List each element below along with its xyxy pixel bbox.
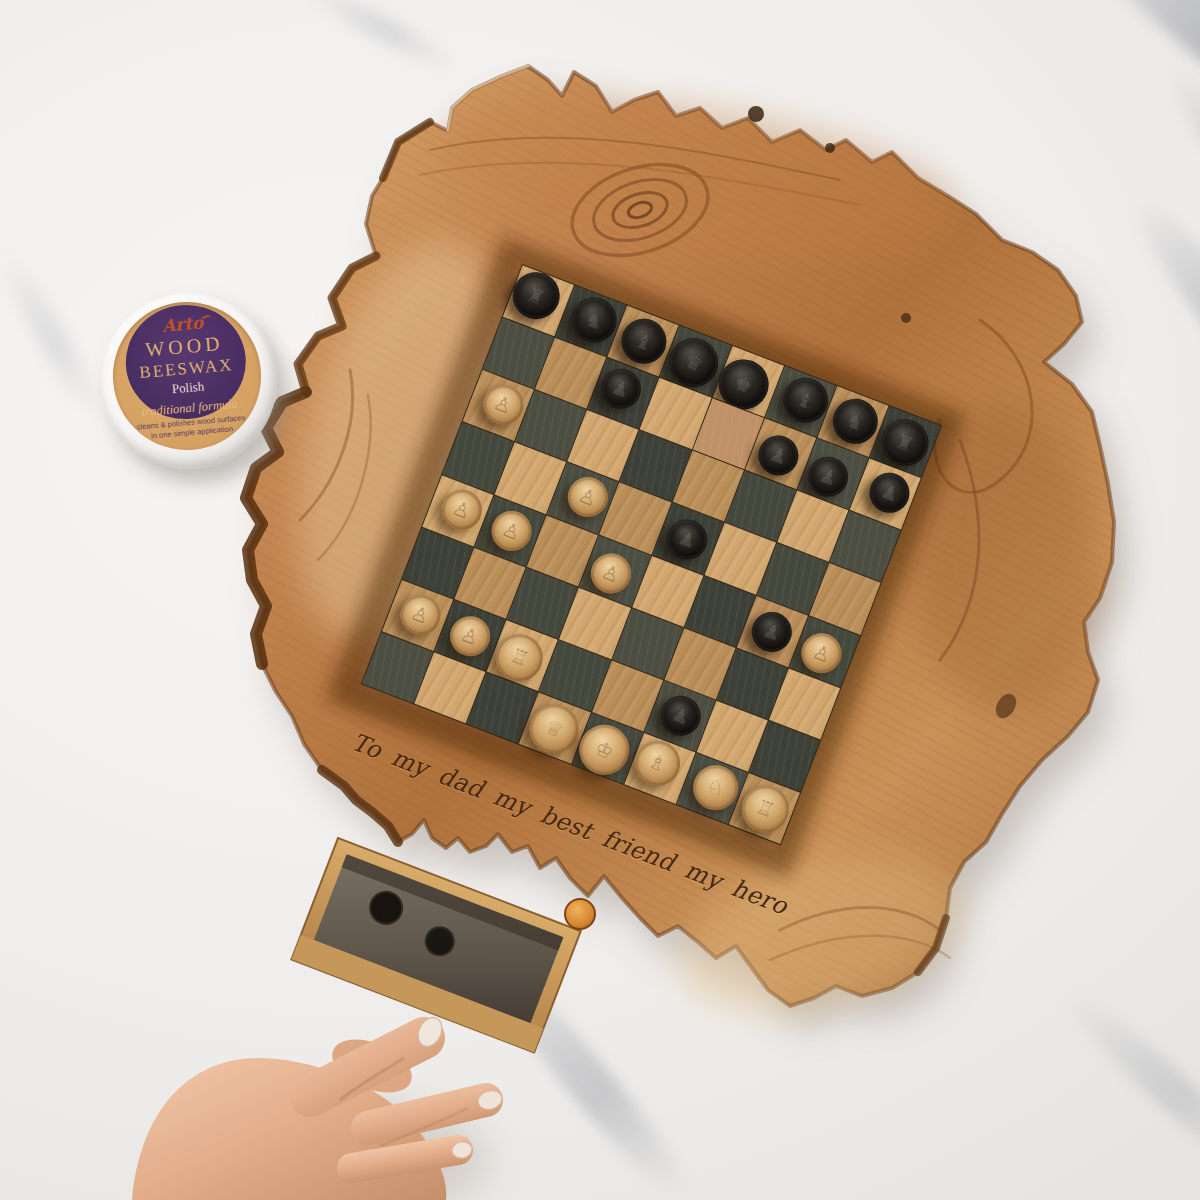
piece-glyph: ♙	[450, 497, 474, 522]
piece-glyph: ♘	[704, 775, 728, 800]
piece-glyph: ♕	[543, 716, 567, 741]
piece-glyph: ♟	[669, 704, 693, 729]
beeswax-tin: Arto WOOD BEESWAX Polish traditional for…	[101, 293, 277, 469]
piece-glyph: ♞	[843, 409, 867, 434]
amber-knot	[565, 899, 595, 929]
thumb	[310, 1038, 424, 1096]
white-pawn-b4: ♙	[485, 505, 537, 557]
piece-glyph: ♛	[682, 350, 706, 375]
white-rook-h1: ♖	[735, 778, 796, 839]
piece-glyph: ♚	[732, 371, 756, 396]
white-pawn-h4: ♙	[796, 628, 848, 680]
piece-glyph: ♟	[675, 527, 699, 552]
piece-glyph: ♔	[592, 738, 616, 763]
piece-glyph: ♜	[893, 430, 917, 455]
black-pawn-f7: ♟	[753, 430, 805, 482]
dark-knot	[901, 313, 911, 323]
piece-glyph: ♞	[582, 308, 606, 333]
piece-glyph: ♜	[524, 283, 548, 308]
black-pawn-c7: ♟	[595, 363, 647, 415]
piece-glyph: ♙	[408, 603, 432, 628]
white-pawn-a2: ♙	[394, 589, 446, 641]
piece-glyph: ♙	[810, 641, 834, 666]
black-pawn-g4: ♟	[746, 606, 798, 658]
dark-knot	[748, 106, 764, 122]
piece-glyph: ♟	[817, 464, 841, 489]
piece-glyph: ♙	[458, 624, 482, 649]
piece-glyph: ♖	[508, 645, 532, 670]
piece-glyph: ♙	[599, 561, 623, 586]
piece-glyph: ♝	[632, 329, 656, 354]
tin-label: Arto WOOD BEESWAX Polish traditional for…	[107, 296, 267, 456]
piece-glyph: ♙	[499, 518, 523, 543]
black-pawn-g7: ♟	[803, 451, 855, 503]
piece-glyph: ♖	[753, 796, 777, 821]
piece-glyph: ♟	[878, 480, 902, 505]
piece-glyph: ♟	[760, 620, 784, 645]
piece-glyph: ♟	[609, 376, 633, 401]
black-pawn-e5: ♟	[661, 514, 713, 566]
piece-glyph: ♟	[767, 443, 791, 468]
white-pawn-b2: ♙	[444, 610, 496, 662]
white-pawn-a4: ♙	[436, 484, 488, 536]
dark-knot	[825, 143, 835, 153]
piece-glyph: ♝	[793, 388, 817, 413]
ring-finger	[352, 1150, 458, 1168]
black-pawn-h7: ♟	[864, 467, 916, 519]
tin-subtitle-polish: Polish	[171, 379, 205, 398]
black-pawn-f2: ♟	[655, 690, 707, 742]
tin-brand-logo: Arto	[161, 312, 204, 336]
piece-glyph: ♙	[491, 392, 515, 417]
piece-glyph: ♗	[645, 751, 669, 776]
piece-glyph: ♙	[576, 484, 600, 509]
hand	[132, 1014, 504, 1200]
scene: ♜♞♝♛♚♝♞♜♟♟♟♟♙♙♟♙♙♙♟♙♙♙♖♟♕♔♗♘♖ To my dad …	[0, 0, 1200, 1200]
white-pawn-d4: ♙	[585, 548, 637, 600]
